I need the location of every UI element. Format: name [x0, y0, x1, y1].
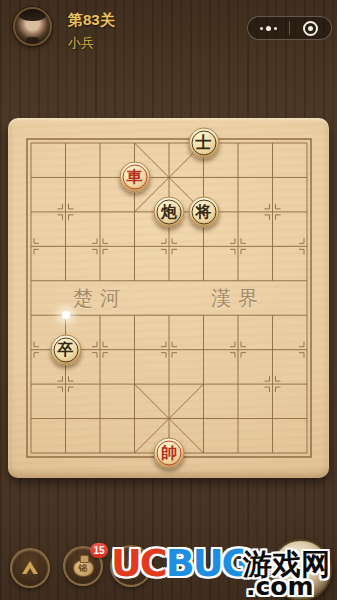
- piece-ring: 卒: [53, 337, 78, 362]
- piece-ring: 帥: [157, 440, 182, 465]
- dot-icon: [266, 26, 271, 31]
- hint-bag-button[interactable]: 锦 15: [63, 546, 103, 586]
- piece-black-advisor[interactable]: 士: [188, 128, 219, 159]
- piece-red-chariot[interactable]: 車: [119, 162, 150, 193]
- piece-black-cannon[interactable]: 炮: [154, 196, 185, 227]
- more-options-button[interactable]: [248, 17, 289, 39]
- piece-black-general[interactable]: 将: [188, 196, 219, 227]
- bag-glyph: 锦: [79, 562, 88, 575]
- screen: 第83关 小兵 楚河 漢界 士車炮将卒帥 锦 15: [0, 0, 337, 600]
- miniprogram-capsule: [247, 16, 332, 40]
- piece-glyph: 車: [127, 169, 143, 185]
- hint-count-badge: 15: [90, 543, 108, 558]
- circle-dot-icon: [303, 21, 318, 36]
- piece-ball-button[interactable]: [270, 539, 332, 600]
- piece-glyph: 士: [196, 135, 212, 151]
- xiangqi-board: 楚河 漢界 士車炮将卒帥: [8, 118, 329, 478]
- expand-menu-button[interactable]: [10, 548, 50, 588]
- dot-icon: [274, 27, 277, 30]
- money-bag-icon: 锦: [73, 560, 94, 577]
- piece-glyph: 炮: [161, 203, 177, 219]
- piece-ring: 将: [191, 199, 216, 224]
- piece-glyph: 将: [196, 203, 212, 219]
- level-info: 第83关 小兵: [68, 11, 115, 52]
- piece-black-soldier[interactable]: 卒: [50, 334, 81, 365]
- piece-glyph: 卒: [58, 341, 74, 357]
- avatar-hair: [18, 7, 47, 21]
- last-move-marker: [62, 311, 70, 319]
- piece-ring: 士: [191, 131, 216, 156]
- level-label: 第83关: [68, 11, 115, 30]
- minimize-button[interactable]: [290, 17, 331, 39]
- rank-label: 小兵: [68, 34, 115, 52]
- pieces-layer: 士車炮将卒帥: [8, 118, 329, 478]
- piece-ring: 車: [122, 165, 147, 190]
- avatar-beard: [26, 37, 39, 46]
- bottom-toolbar: 锦 15: [0, 535, 337, 600]
- piece-red-general[interactable]: 帥: [154, 437, 185, 468]
- obscured-tool-button[interactable]: [110, 545, 152, 587]
- avatar[interactable]: [13, 7, 52, 46]
- chevron-up-icon: [21, 561, 39, 576]
- pagoda-icon: [124, 555, 139, 577]
- dot-icon: [260, 27, 263, 30]
- piece-ring: 炮: [157, 199, 182, 224]
- piece-glyph: 帥: [161, 444, 177, 460]
